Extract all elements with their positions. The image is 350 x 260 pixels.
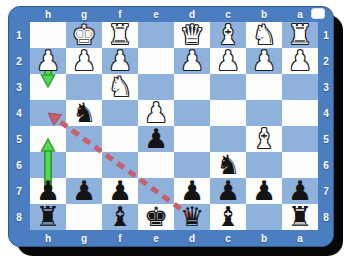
square-a8[interactable]: ♜ xyxy=(282,204,318,230)
square-g8[interactable] xyxy=(66,204,102,230)
file-label-bottom-f: f xyxy=(102,230,138,247)
piece-black-pawn: ♟ xyxy=(210,178,246,204)
file-label-bottom-c: c xyxy=(210,230,246,247)
file-label-top-h: h xyxy=(30,6,66,22)
piece-black-pawn: ♟ xyxy=(138,126,174,152)
file-label-top-e: e xyxy=(138,6,174,22)
square-f4[interactable] xyxy=(102,100,138,126)
square-h7[interactable]: ♟ xyxy=(30,178,66,204)
piece-white-knight: ♞ xyxy=(102,74,138,100)
square-c6[interactable]: ♞ xyxy=(210,152,246,178)
piece-black-rook: ♜ xyxy=(30,204,66,230)
square-f7[interactable]: ♟ xyxy=(102,178,138,204)
square-b4[interactable] xyxy=(246,100,282,126)
rank-label-left-5: 5 xyxy=(8,126,30,152)
square-g7[interactable]: ♟ xyxy=(66,178,102,204)
square-b6[interactable] xyxy=(246,152,282,178)
square-g3[interactable] xyxy=(66,74,102,100)
file-label-top-f: f xyxy=(102,6,138,22)
square-c3[interactable] xyxy=(210,74,246,100)
square-c4[interactable] xyxy=(210,100,246,126)
square-h6[interactable] xyxy=(30,152,66,178)
square-a7[interactable]: ♟ xyxy=(282,178,318,204)
chess-widget: ♚♜♛♝♞♜♟♟♟♟♟♟♟♞♞♟♟♝♞♟♟♟♟♟♟♟♜♝♚♛♝♜ hhggffe… xyxy=(0,0,350,260)
square-a5[interactable] xyxy=(282,126,318,152)
square-d6[interactable] xyxy=(174,152,210,178)
rank-label-left-2: 2 xyxy=(8,48,30,74)
piece-white-pawn: ♟ xyxy=(174,48,210,74)
rank-label-left-6: 6 xyxy=(8,152,30,178)
piece-black-pawn: ♟ xyxy=(174,178,210,204)
square-f8[interactable]: ♝ xyxy=(102,204,138,230)
piece-white-pawn: ♟ xyxy=(102,48,138,74)
square-h3[interactable] xyxy=(30,74,66,100)
square-g2[interactable]: ♟ xyxy=(66,48,102,74)
square-b1[interactable]: ♞ xyxy=(246,22,282,48)
piece-black-bishop: ♝ xyxy=(210,204,246,230)
square-c1[interactable]: ♝ xyxy=(210,22,246,48)
chess-board: ♚♜♛♝♞♜♟♟♟♟♟♟♟♞♞♟♟♝♞♟♟♟♟♟♟♟♜♝♚♛♝♜ xyxy=(30,22,318,230)
rank-label-left-7: 7 xyxy=(8,178,30,204)
square-g4[interactable]: ♞ xyxy=(66,100,102,126)
piece-black-queen: ♛ xyxy=(174,204,210,230)
piece-black-rook: ♜ xyxy=(282,204,318,230)
square-b3[interactable] xyxy=(246,74,282,100)
piece-white-pawn: ♟ xyxy=(30,48,66,74)
square-e8[interactable]: ♚ xyxy=(138,204,174,230)
piece-black-pawn: ♟ xyxy=(66,178,102,204)
square-d1[interactable]: ♛ xyxy=(174,22,210,48)
file-label-bottom-d: d xyxy=(174,230,210,247)
square-d2[interactable]: ♟ xyxy=(174,48,210,74)
rank-label-left-3: 3 xyxy=(8,74,30,100)
rank-label-right-5: 5 xyxy=(318,126,334,152)
piece-white-king: ♚ xyxy=(66,22,102,48)
square-h5[interactable] xyxy=(30,126,66,152)
piece-white-pawn: ♟ xyxy=(282,48,318,74)
square-c2[interactable]: ♟ xyxy=(210,48,246,74)
square-e7[interactable] xyxy=(138,178,174,204)
square-f3[interactable]: ♞ xyxy=(102,74,138,100)
piece-white-queen: ♛ xyxy=(174,22,210,48)
piece-black-pawn: ♟ xyxy=(282,178,318,204)
square-f6[interactable] xyxy=(102,152,138,178)
piece-black-knight: ♞ xyxy=(210,152,246,178)
piece-white-knight: ♞ xyxy=(246,22,282,48)
square-d8[interactable]: ♛ xyxy=(174,204,210,230)
file-label-top-g: g xyxy=(66,6,102,22)
square-c7[interactable]: ♟ xyxy=(210,178,246,204)
square-g5[interactable] xyxy=(66,126,102,152)
square-a6[interactable] xyxy=(282,152,318,178)
square-f5[interactable] xyxy=(102,126,138,152)
square-h8[interactable]: ♜ xyxy=(30,204,66,230)
file-label-top-d: d xyxy=(174,6,210,22)
square-a2[interactable]: ♟ xyxy=(282,48,318,74)
square-h2[interactable]: ♟ xyxy=(30,48,66,74)
piece-white-rook: ♜ xyxy=(282,22,318,48)
rank-label-left-1: 1 xyxy=(8,22,30,48)
square-c8[interactable]: ♝ xyxy=(210,204,246,230)
file-label-bottom-a: a xyxy=(282,230,318,247)
piece-white-pawn: ♟ xyxy=(210,48,246,74)
square-g6[interactable] xyxy=(66,152,102,178)
square-e1[interactable] xyxy=(138,22,174,48)
piece-white-pawn: ♟ xyxy=(138,100,174,126)
rank-label-left-8: 8 xyxy=(8,204,30,230)
square-d7[interactable]: ♟ xyxy=(174,178,210,204)
square-a3[interactable] xyxy=(282,74,318,100)
square-d3[interactable] xyxy=(174,74,210,100)
square-b7[interactable]: ♟ xyxy=(246,178,282,204)
square-h4[interactable] xyxy=(30,100,66,126)
square-c5[interactable] xyxy=(210,126,246,152)
square-b2[interactable]: ♟ xyxy=(246,48,282,74)
file-label-bottom-h: h xyxy=(30,230,66,247)
square-e3[interactable] xyxy=(138,74,174,100)
square-a1[interactable]: ♜ xyxy=(282,22,318,48)
rank-label-right-6: 6 xyxy=(318,152,334,178)
file-label-bottom-e: e xyxy=(138,230,174,247)
piece-black-knight: ♞ xyxy=(66,100,102,126)
square-h1[interactable] xyxy=(30,22,66,48)
piece-white-bishop: ♝ xyxy=(246,126,282,152)
file-label-top-a: a xyxy=(282,6,318,22)
rank-label-right-7: 7 xyxy=(318,178,334,204)
square-b5[interactable]: ♝ xyxy=(246,126,282,152)
file-label-top-b: b xyxy=(246,6,282,22)
square-d5[interactable] xyxy=(174,126,210,152)
rank-label-right-2: 2 xyxy=(318,48,334,74)
file-label-bottom-b: b xyxy=(246,230,282,247)
piece-white-pawn: ♟ xyxy=(66,48,102,74)
piece-white-pawn: ♟ xyxy=(246,48,282,74)
square-a4[interactable] xyxy=(282,100,318,126)
square-e4[interactable]: ♟ xyxy=(138,100,174,126)
square-d4[interactable] xyxy=(174,100,210,126)
piece-black-bishop: ♝ xyxy=(102,204,138,230)
piece-black-pawn: ♟ xyxy=(30,178,66,204)
square-e2[interactable] xyxy=(138,48,174,74)
rank-label-right-4: 4 xyxy=(318,100,334,126)
square-f2[interactable]: ♟ xyxy=(102,48,138,74)
piece-white-bishop: ♝ xyxy=(210,22,246,48)
square-e6[interactable] xyxy=(138,152,174,178)
file-label-bottom-g: g xyxy=(66,230,102,247)
rank-label-left-4: 4 xyxy=(8,100,30,126)
piece-black-pawn: ♟ xyxy=(102,178,138,204)
piece-white-rook: ♜ xyxy=(102,22,138,48)
square-f1[interactable]: ♜ xyxy=(102,22,138,48)
square-b8[interactable] xyxy=(246,204,282,230)
square-e5[interactable]: ♟ xyxy=(138,126,174,152)
file-label-top-c: c xyxy=(210,6,246,22)
rank-label-right-3: 3 xyxy=(318,74,334,100)
piece-black-pawn: ♟ xyxy=(246,178,282,204)
square-g1[interactable]: ♚ xyxy=(66,22,102,48)
piece-black-king: ♚ xyxy=(138,204,174,230)
rank-label-right-8: 8 xyxy=(318,204,334,230)
rank-label-right-1: 1 xyxy=(318,22,334,48)
